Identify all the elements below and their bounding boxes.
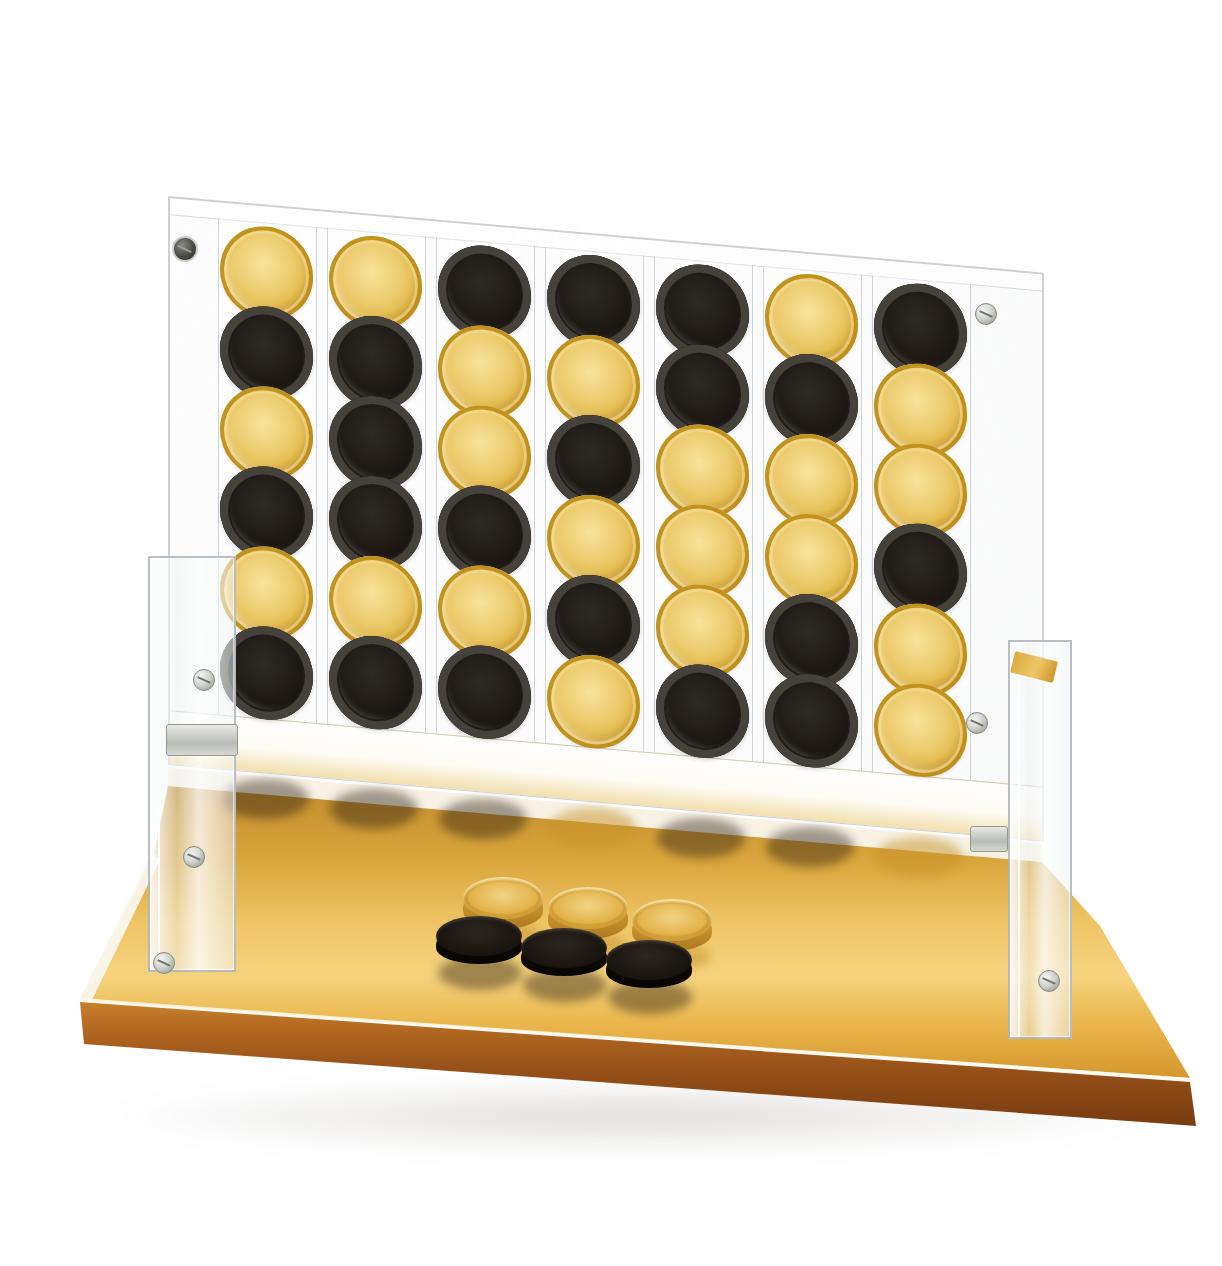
screw-slot xyxy=(197,676,211,684)
screw-icon xyxy=(975,303,997,325)
black-disc xyxy=(329,632,422,733)
screw-slot xyxy=(1042,977,1056,985)
disc-top xyxy=(606,940,692,980)
gold-disc xyxy=(547,651,640,752)
board-disc-reflection xyxy=(875,837,963,877)
product-photo-scene xyxy=(0,0,1222,1266)
column-7[interactable] xyxy=(872,276,971,781)
screw-icon xyxy=(1038,970,1060,992)
column-6[interactable] xyxy=(763,266,862,771)
column-3[interactable] xyxy=(436,237,535,742)
black-disc xyxy=(438,642,531,743)
black-disc xyxy=(765,670,858,771)
column-5[interactable] xyxy=(654,257,753,762)
board-disc-reflection xyxy=(548,808,636,848)
disc-top xyxy=(436,916,522,956)
tray-black-disc[interactable] xyxy=(436,916,522,964)
column-2[interactable] xyxy=(327,228,426,733)
screw-slot xyxy=(178,245,193,253)
screw-slot xyxy=(187,853,201,861)
column-4[interactable] xyxy=(545,247,644,752)
acrylic-highlight xyxy=(158,558,160,970)
board-disc-reflection xyxy=(330,789,418,829)
screw-icon xyxy=(172,236,198,262)
tray-black-disc[interactable] xyxy=(521,928,607,976)
acrylic-highlight xyxy=(1018,642,1020,1037)
screw-icon xyxy=(966,712,988,734)
screw-slot xyxy=(157,959,171,967)
hinge-bracket-right xyxy=(970,826,1008,852)
screw-icon xyxy=(193,669,215,691)
screw-icon xyxy=(153,952,175,974)
board xyxy=(168,196,1044,842)
disc-face xyxy=(553,892,623,924)
board-disc-reflection xyxy=(439,799,527,839)
base-shadow xyxy=(90,1078,1170,1156)
gold-disc xyxy=(874,680,967,781)
screw-slot xyxy=(970,719,984,727)
hinge-bracket-left xyxy=(166,724,238,756)
disc-top xyxy=(463,877,543,919)
screw-icon xyxy=(183,846,205,868)
black-disc xyxy=(656,661,749,762)
screw-slot xyxy=(979,310,993,318)
disc-face xyxy=(637,904,707,936)
disc-top xyxy=(632,899,712,941)
tray-black-disc[interactable] xyxy=(606,940,692,988)
left-support-post xyxy=(148,556,236,972)
board-disc-reflection xyxy=(657,818,745,858)
disc-top xyxy=(548,887,628,929)
board-disc-reflection xyxy=(766,827,854,867)
disc-top xyxy=(521,928,607,968)
disc-face xyxy=(468,882,538,914)
